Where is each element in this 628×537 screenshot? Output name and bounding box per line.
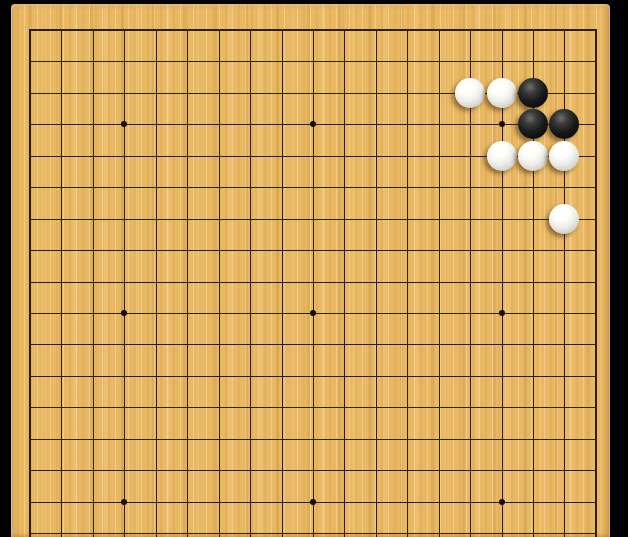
stone-white-S13[interactable] xyxy=(549,204,579,234)
go-app-screenshot xyxy=(0,0,628,537)
star-point-16-16 xyxy=(499,499,505,505)
star-point-4-4 xyxy=(121,121,127,127)
star-point-16-4 xyxy=(499,121,505,127)
stone-white-P17[interactable] xyxy=(455,78,485,108)
star-point-4-16 xyxy=(121,499,127,505)
stone-white-S15[interactable] xyxy=(549,141,579,171)
stone-white-Q15[interactable] xyxy=(487,141,517,171)
stone-black-R16[interactable] xyxy=(518,109,548,139)
stone-black-R17[interactable] xyxy=(518,78,548,108)
star-point-10-10 xyxy=(310,310,316,316)
star-point-16-10 xyxy=(499,310,505,316)
stone-black-S16[interactable] xyxy=(549,109,579,139)
stone-white-R15[interactable] xyxy=(518,141,548,171)
star-point-4-10 xyxy=(121,310,127,316)
star-point-10-4 xyxy=(310,121,316,127)
stone-white-Q17[interactable] xyxy=(487,78,517,108)
board-grid[interactable] xyxy=(14,14,610,537)
goban[interactable] xyxy=(11,4,610,537)
star-point-10-16 xyxy=(310,499,316,505)
